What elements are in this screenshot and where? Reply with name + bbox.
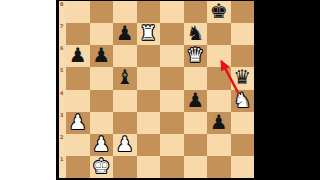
square-a7[interactable]	[66, 23, 90, 45]
square-e8[interactable]	[160, 1, 184, 23]
square-h6[interactable]	[231, 45, 255, 67]
square-d3[interactable]	[137, 112, 161, 134]
black-pawn[interactable]: ♟	[186, 90, 204, 110]
square-f1[interactable]	[184, 156, 208, 178]
chess-board: 87654321 ♚♟♜♞♟♟♛♝♛♟♞♟♟♟♟♚	[59, 1, 254, 178]
black-bishop[interactable]: ♝	[116, 67, 134, 87]
black-pawn[interactable]: ♟	[210, 112, 228, 132]
square-d5[interactable]	[137, 67, 161, 89]
white-pawn[interactable]: ♟	[116, 134, 134, 154]
square-a3[interactable]: ♟	[66, 112, 90, 134]
square-c5[interactable]: ♝	[113, 67, 137, 89]
square-a5[interactable]	[66, 67, 90, 89]
square-h2[interactable]	[231, 134, 255, 156]
square-e2[interactable]	[160, 134, 184, 156]
black-knight[interactable]: ♞	[186, 23, 204, 43]
square-d8[interactable]	[137, 1, 161, 23]
square-a4[interactable]	[66, 90, 90, 112]
square-g5[interactable]	[207, 67, 231, 89]
square-d1[interactable]	[137, 156, 161, 178]
square-e6[interactable]	[160, 45, 184, 67]
square-a6[interactable]: ♟	[66, 45, 90, 67]
square-c2[interactable]: ♟	[113, 134, 137, 156]
square-a1[interactable]	[66, 156, 90, 178]
square-b3[interactable]	[90, 112, 114, 134]
square-b4[interactable]	[90, 90, 114, 112]
square-c1[interactable]	[113, 156, 137, 178]
square-f6[interactable]: ♛	[184, 45, 208, 67]
square-g3[interactable]: ♟	[207, 112, 231, 134]
white-king[interactable]: ♚	[92, 156, 110, 176]
rank-label-3: 3	[59, 112, 66, 134]
square-e5[interactable]	[160, 67, 184, 89]
square-g6[interactable]	[207, 45, 231, 67]
square-b1[interactable]: ♚	[90, 156, 114, 178]
square-c6[interactable]	[113, 45, 137, 67]
square-b5[interactable]	[90, 67, 114, 89]
rank-labels-column: 87654321	[59, 1, 66, 178]
square-c7[interactable]: ♟	[113, 23, 137, 45]
rank-label-1: 1	[59, 156, 66, 178]
square-b8[interactable]	[90, 1, 114, 23]
square-b2[interactable]: ♟	[90, 134, 114, 156]
square-h1[interactable]	[231, 156, 255, 178]
square-e3[interactable]	[160, 112, 184, 134]
square-g4[interactable]	[207, 90, 231, 112]
square-f5[interactable]	[184, 67, 208, 89]
square-a8[interactable]	[66, 1, 90, 23]
rank-label-4: 4	[59, 90, 66, 112]
rank-label-6: 6	[59, 45, 66, 67]
square-f7[interactable]: ♞	[184, 23, 208, 45]
square-c8[interactable]	[113, 1, 137, 23]
rank-label-8: 8	[59, 1, 66, 23]
white-pawn[interactable]: ♟	[92, 134, 110, 154]
square-b6[interactable]: ♟	[90, 45, 114, 67]
white-rook[interactable]: ♜	[139, 23, 157, 43]
square-h3[interactable]	[231, 112, 255, 134]
square-h5[interactable]: ♛	[231, 67, 255, 89]
black-king[interactable]: ♚	[210, 1, 228, 21]
square-a2[interactable]	[66, 134, 90, 156]
square-f2[interactable]	[184, 134, 208, 156]
square-d2[interactable]	[137, 134, 161, 156]
black-pawn[interactable]: ♟	[116, 23, 134, 43]
black-pawn[interactable]: ♟	[92, 45, 110, 65]
square-h4[interactable]: ♞	[231, 90, 255, 112]
square-e7[interactable]	[160, 23, 184, 45]
square-d7[interactable]: ♜	[137, 23, 161, 45]
square-g2[interactable]	[207, 134, 231, 156]
white-pawn[interactable]: ♟	[69, 112, 87, 132]
square-d4[interactable]	[137, 90, 161, 112]
black-queen[interactable]: ♛	[233, 67, 251, 87]
square-f3[interactable]	[184, 112, 208, 134]
square-f4[interactable]: ♟	[184, 90, 208, 112]
square-h7[interactable]	[231, 23, 255, 45]
square-c3[interactable]	[113, 112, 137, 134]
square-d6[interactable]	[137, 45, 161, 67]
rank-label-5: 5	[59, 67, 66, 89]
black-pawn[interactable]: ♟	[69, 45, 87, 65]
rank-label-2: 2	[59, 134, 66, 156]
white-queen[interactable]: ♛	[186, 45, 204, 65]
square-b7[interactable]	[90, 23, 114, 45]
square-g7[interactable]	[207, 23, 231, 45]
screenshot-stage: 87654321 ♚♟♜♞♟♟♛♝♛♟♞♟♟♟♟♚	[0, 0, 320, 180]
square-h8[interactable]	[231, 1, 255, 23]
square-f8[interactable]	[184, 1, 208, 23]
square-g8[interactable]: ♚	[207, 1, 231, 23]
white-knight[interactable]: ♞	[233, 90, 251, 110]
board-squares: ♚♟♜♞♟♟♛♝♛♟♞♟♟♟♟♚	[66, 1, 254, 178]
rank-label-7: 7	[59, 23, 66, 45]
square-e4[interactable]	[160, 90, 184, 112]
square-c4[interactable]	[113, 90, 137, 112]
square-g1[interactable]	[207, 156, 231, 178]
square-e1[interactable]	[160, 156, 184, 178]
